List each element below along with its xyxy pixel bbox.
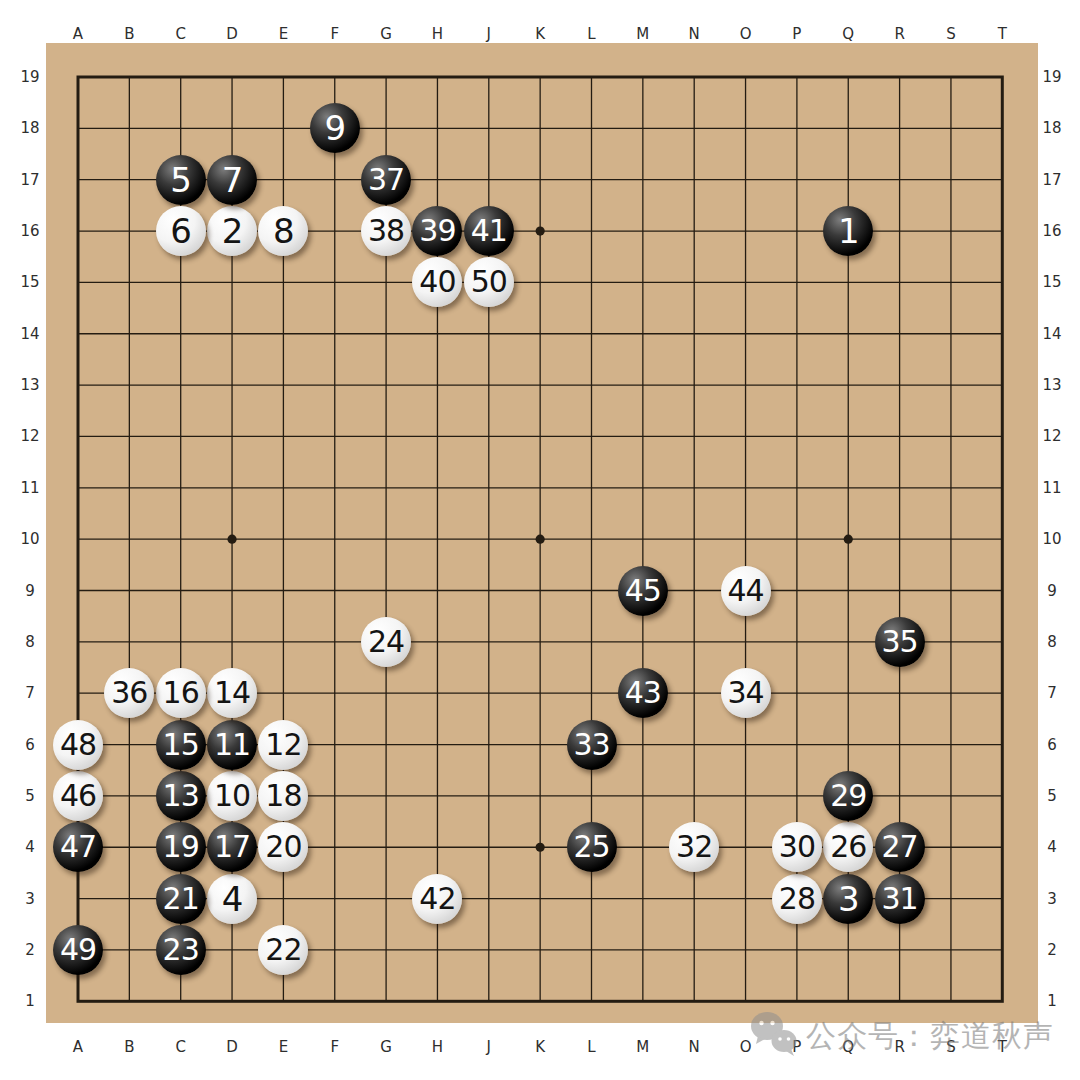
stone-number: 44 <box>727 576 763 606</box>
stone-47: 47 <box>53 822 103 872</box>
stone-number: 49 <box>60 935 96 965</box>
stone-7: 7 <box>207 155 257 205</box>
stone-number: 19 <box>163 832 199 862</box>
stone-number: 35 <box>882 627 918 657</box>
stone-39: 39 <box>412 206 462 256</box>
stone-number: 33 <box>573 730 609 760</box>
stone-number: 36 <box>111 678 147 708</box>
stone-44: 44 <box>721 566 771 616</box>
stone-number: 21 <box>163 884 199 914</box>
stone-30: 30 <box>772 822 822 872</box>
stone-15: 15 <box>156 720 206 770</box>
stone-9: 9 <box>310 103 360 153</box>
stone-45: 45 <box>618 566 668 616</box>
stone-14: 14 <box>207 668 257 718</box>
stone-number: 41 <box>471 216 507 246</box>
stone-number: 4 <box>222 882 243 916</box>
stone-number: 22 <box>265 935 301 965</box>
stone-23: 23 <box>156 925 206 975</box>
stone-number: 50 <box>471 267 507 297</box>
stone-37: 37 <box>361 155 411 205</box>
stone-number: 24 <box>368 627 404 657</box>
stone-number: 39 <box>419 216 455 246</box>
stone-number: 13 <box>163 781 199 811</box>
stone-29: 29 <box>823 771 873 821</box>
stone-number: 32 <box>676 832 712 862</box>
stone-number: 18 <box>265 781 301 811</box>
stone-3: 3 <box>823 874 873 924</box>
stone-21: 21 <box>156 874 206 924</box>
stone-28: 28 <box>772 874 822 924</box>
stone-22: 22 <box>258 925 308 975</box>
stone-number: 12 <box>265 730 301 760</box>
stone-number: 30 <box>779 832 815 862</box>
stone-1: 1 <box>823 206 873 256</box>
stone-number: 9 <box>324 111 345 145</box>
stone-40: 40 <box>412 257 462 307</box>
stone-number: 40 <box>419 267 455 297</box>
stone-number: 25 <box>573 832 609 862</box>
stone-number: 31 <box>882 884 918 914</box>
stone-50: 50 <box>464 257 514 307</box>
stone-41: 41 <box>464 206 514 256</box>
stone-number: 16 <box>163 678 199 708</box>
wechat-icon <box>750 1010 800 1058</box>
stones-layer: 1234567891011121314151617181920212223242… <box>0 0 1080 1080</box>
stone-27: 27 <box>875 822 925 872</box>
stone-number: 42 <box>419 884 455 914</box>
stone-17: 17 <box>207 822 257 872</box>
stone-35: 35 <box>875 617 925 667</box>
stone-42: 42 <box>412 874 462 924</box>
stone-13: 13 <box>156 771 206 821</box>
stone-number: 27 <box>882 832 918 862</box>
stone-number: 48 <box>60 730 96 760</box>
stone-number: 37 <box>368 165 404 195</box>
stone-number: 34 <box>727 678 763 708</box>
stone-26: 26 <box>823 822 873 872</box>
stone-6: 6 <box>156 206 206 256</box>
stone-10: 10 <box>207 771 257 821</box>
stone-16: 16 <box>156 668 206 718</box>
stone-20: 20 <box>258 822 308 872</box>
stone-34: 34 <box>721 668 771 718</box>
stone-2: 2 <box>207 206 257 256</box>
stone-number: 1 <box>838 214 859 248</box>
stone-8: 8 <box>258 206 308 256</box>
stone-number: 7 <box>222 163 243 197</box>
stone-12: 12 <box>258 720 308 770</box>
stone-number: 3 <box>838 882 859 916</box>
stone-number: 11 <box>214 730 250 760</box>
stone-number: 10 <box>214 781 250 811</box>
stone-number: 20 <box>265 832 301 862</box>
stone-number: 26 <box>830 832 866 862</box>
stone-49: 49 <box>53 925 103 975</box>
stone-18: 18 <box>258 771 308 821</box>
stone-number: 43 <box>625 678 661 708</box>
stone-5: 5 <box>156 155 206 205</box>
stone-number: 38 <box>368 216 404 246</box>
stone-48: 48 <box>53 720 103 770</box>
stone-number: 2 <box>222 214 243 248</box>
stone-32: 32 <box>669 822 719 872</box>
stone-number: 23 <box>163 935 199 965</box>
stone-4: 4 <box>207 874 257 924</box>
stone-number: 5 <box>170 163 191 197</box>
stone-11: 11 <box>207 720 257 770</box>
stone-number: 29 <box>830 781 866 811</box>
stone-36: 36 <box>104 668 154 718</box>
stone-33: 33 <box>567 720 617 770</box>
stone-19: 19 <box>156 822 206 872</box>
stone-number: 28 <box>779 884 815 914</box>
stone-38: 38 <box>361 206 411 256</box>
stone-number: 14 <box>214 678 250 708</box>
watermark: 公众号：弈道秋声 <box>750 1006 1080 1062</box>
stone-43: 43 <box>618 668 668 718</box>
stone-number: 45 <box>625 576 661 606</box>
stone-number: 47 <box>60 832 96 862</box>
stone-number: 8 <box>273 214 294 248</box>
watermark-text: 公众号：弈道秋声 <box>806 1016 1054 1057</box>
stone-46: 46 <box>53 771 103 821</box>
stone-25: 25 <box>567 822 617 872</box>
stone-number: 46 <box>60 781 96 811</box>
stone-24: 24 <box>361 617 411 667</box>
stone-number: 6 <box>170 214 191 248</box>
stone-31: 31 <box>875 874 925 924</box>
stone-number: 15 <box>163 730 199 760</box>
go-diagram: ABCDEFGHJKLMNOPQRST ABCDEFGHJKLMNOPQRST … <box>0 0 1080 1080</box>
stone-number: 17 <box>214 832 250 862</box>
